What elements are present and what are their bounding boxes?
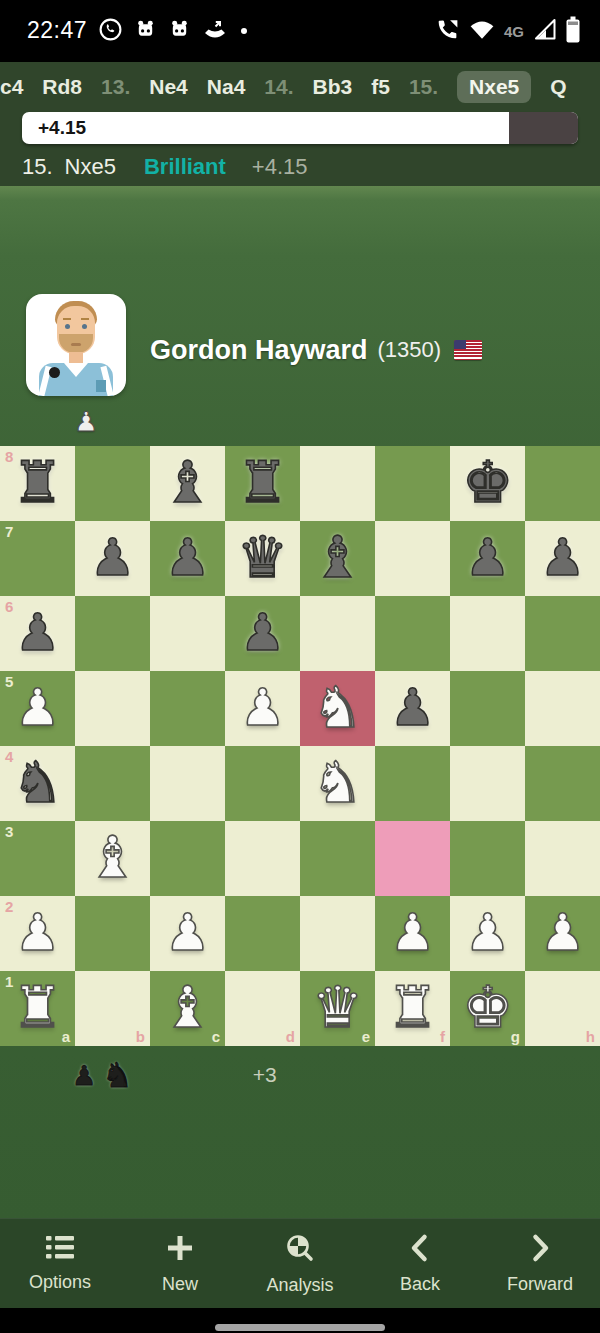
chevron-left-icon: [407, 1233, 433, 1267]
white-pawn-piece[interactable]: ♟: [150, 896, 225, 971]
eval-score: +4.15: [38, 112, 86, 144]
move-item[interactable]: Ne4: [149, 75, 188, 99]
missed-call-icon: [202, 17, 228, 45]
square-c8[interactable]: ♝: [150, 446, 225, 521]
app-notification-icon: [134, 18, 157, 44]
wifi-calling-icon: [435, 17, 460, 46]
square-b5[interactable]: [75, 671, 150, 746]
black-queen-piece[interactable]: ♛: [225, 521, 300, 596]
square-c1[interactable]: c♝: [150, 971, 225, 1046]
avatar-eyebrow: [81, 318, 89, 320]
square-b7[interactable]: ♟: [75, 521, 150, 596]
analysis-label: Analysis: [266, 1275, 333, 1296]
square-c3[interactable]: [150, 821, 225, 896]
square-e4[interactable]: ♞: [300, 746, 375, 821]
square-f2[interactable]: ♟: [375, 896, 450, 971]
new-label: New: [162, 1274, 198, 1295]
square-f1[interactable]: f♜: [375, 971, 450, 1046]
white-bishop-piece[interactable]: ♝: [75, 821, 150, 896]
square-g7[interactable]: ♟: [450, 521, 525, 596]
move-number[interactable]: 14.: [264, 75, 293, 99]
captured-black-knight-icon: ♞: [102, 1058, 132, 1092]
move-list[interactable]: c4Rd813.Ne4Na414.Bb3f515.Nxe5Q: [0, 62, 600, 112]
square-e5[interactable]: ♞: [300, 671, 375, 746]
avatar-mouth: [71, 343, 81, 346]
square-a6[interactable]: 6♟: [0, 596, 75, 671]
square-c4[interactable]: [150, 746, 225, 821]
square-e8[interactable]: [300, 446, 375, 521]
square-f8[interactable]: [375, 446, 450, 521]
square-b8[interactable]: [75, 446, 150, 521]
square-d2[interactable]: [225, 896, 300, 971]
square-b6[interactable]: [75, 596, 150, 671]
captured-pieces-tray: ♟♞ +3: [72, 1054, 277, 1096]
square-a2[interactable]: 2♟: [0, 896, 75, 971]
white-pawn-piece[interactable]: ♟: [525, 896, 600, 971]
brilliant-label: Brilliant: [144, 154, 226, 180]
eval-bar-black-portion: [509, 112, 579, 144]
opponent-avatar[interactable]: [26, 294, 126, 396]
file-label: b: [136, 1028, 145, 1045]
rank-label: 7: [5, 523, 13, 540]
square-e2[interactable]: [300, 896, 375, 971]
move-number[interactable]: 13.: [101, 75, 130, 99]
square-f4[interactable]: [375, 746, 450, 821]
black-bishop-piece[interactable]: ♝: [150, 446, 225, 521]
signal-strength-icon: [533, 17, 557, 45]
square-e1[interactable]: e♛: [300, 971, 375, 1046]
wifi-icon: [469, 18, 495, 44]
black-pawn-piece[interactable]: ♟: [375, 671, 450, 746]
white-bishop-piece[interactable]: ♝: [150, 971, 225, 1046]
white-king-piece[interactable]: ♚: [450, 971, 525, 1046]
status-bar: 22:47 4G: [0, 0, 600, 62]
square-f7[interactable]: [375, 521, 450, 596]
current-move-chip[interactable]: Nxe5: [457, 71, 531, 103]
square-c5[interactable]: [150, 671, 225, 746]
captured-pieces: ♟♞: [72, 1058, 133, 1092]
eval-bar: +4.15: [22, 112, 578, 144]
square-h1[interactable]: h: [525, 971, 600, 1046]
avatar-eyebrow: [63, 318, 71, 320]
file-label: h: [586, 1028, 595, 1045]
options-icon: [44, 1234, 76, 1265]
material-advantage: +3: [253, 1063, 277, 1087]
rank-label: 3: [5, 823, 13, 840]
white-pawn-piece[interactable]: ♟: [375, 896, 450, 971]
avatar-eye: [65, 324, 70, 329]
square-b1[interactable]: b: [75, 971, 150, 1046]
more-notifications-dot: [241, 28, 247, 34]
square-g4[interactable]: [450, 746, 525, 821]
options-button[interactable]: Options: [0, 1219, 120, 1308]
square-d6[interactable]: ♟: [225, 596, 300, 671]
gesture-bar[interactable]: [215, 1324, 385, 1331]
battery-icon: [566, 16, 580, 47]
analysis-button[interactable]: Analysis: [240, 1219, 360, 1308]
black-pawn-piece[interactable]: ♟: [225, 596, 300, 671]
square-e3[interactable]: [300, 821, 375, 896]
square-g1[interactable]: g♚: [450, 971, 525, 1046]
whatsapp-icon: [98, 17, 123, 46]
square-h3[interactable]: [525, 821, 600, 896]
move-item[interactable]: Rd8: [42, 75, 82, 99]
chess-board[interactable]: 8♜♝♜♚7♟♟♛♝♟♟6♟♟5♟♟♞♟4♞♞3♝2♟♟♟♟♟1a♜bc♝de♛…: [0, 446, 600, 1046]
avatar-pin: [49, 367, 60, 378]
move-item[interactable]: Na4: [207, 75, 246, 99]
avatar-eye: [82, 324, 87, 329]
white-knight-piece[interactable]: ♞: [300, 671, 375, 746]
move-annotation: 15. Nxe5 Brilliant +4.15: [22, 148, 308, 186]
white-pawn-piece[interactable]: ♟: [0, 896, 75, 971]
square-d8[interactable]: ♜: [225, 446, 300, 521]
square-d3[interactable]: [225, 821, 300, 896]
white-pawn-piece[interactable]: ♟: [0, 671, 75, 746]
plus-icon: [165, 1233, 195, 1267]
new-game-button[interactable]: New: [120, 1219, 240, 1308]
square-g6[interactable]: [450, 596, 525, 671]
opponent-info: Gordon Hayward (1350): [150, 330, 482, 370]
square-c6[interactable]: [150, 596, 225, 671]
annotation-eval: +4.15: [252, 154, 308, 180]
square-a1[interactable]: 1a♜: [0, 971, 75, 1046]
black-king-piece[interactable]: ♚: [450, 446, 525, 521]
square-d7[interactable]: ♛: [225, 521, 300, 596]
chevron-right-icon: [527, 1233, 553, 1267]
square-g8[interactable]: ♚: [450, 446, 525, 521]
black-pawn-piece[interactable]: ♟: [150, 521, 225, 596]
move-item[interactable]: Q: [550, 75, 566, 99]
square-c7[interactable]: ♟: [150, 521, 225, 596]
square-h4[interactable]: [525, 746, 600, 821]
analysis-icon: [284, 1232, 316, 1268]
move-item[interactable]: Bb3: [313, 75, 353, 99]
black-pawn-piece[interactable]: ♟: [525, 521, 600, 596]
bottom-nav: Options New Analysis Back Forward: [0, 1218, 600, 1308]
move-item[interactable]: c4: [0, 75, 23, 99]
white-pawn-piece[interactable]: ♟: [450, 896, 525, 971]
move-number[interactable]: 15.: [409, 75, 438, 99]
black-pawn-piece[interactable]: ♟: [75, 521, 150, 596]
square-a4[interactable]: 4♞: [0, 746, 75, 821]
square-a8[interactable]: 8♜: [0, 446, 75, 521]
square-d4[interactable]: [225, 746, 300, 821]
square-d1[interactable]: d: [225, 971, 300, 1046]
square-h8[interactable]: [525, 446, 600, 521]
square-b3[interactable]: ♝: [75, 821, 150, 896]
square-c2[interactable]: ♟: [150, 896, 225, 971]
file-label: d: [286, 1028, 295, 1045]
annotation-move-number: 15.: [22, 154, 53, 180]
white-rook-piece[interactable]: ♜: [375, 971, 450, 1046]
square-d5[interactable]: ♟: [225, 671, 300, 746]
square-h2[interactable]: ♟: [525, 896, 600, 971]
system-icons: 4G: [435, 16, 580, 46]
square-f3[interactable]: [375, 821, 450, 896]
black-knight-piece[interactable]: ♞: [0, 746, 75, 821]
forward-label: Forward: [507, 1274, 573, 1295]
back-label: Back: [400, 1274, 440, 1295]
clock-time: 22:47: [27, 17, 87, 44]
square-h7[interactable]: ♟: [525, 521, 600, 596]
square-e6[interactable]: [300, 596, 375, 671]
avatar-patch: [96, 380, 106, 392]
black-pawn-piece[interactable]: ♟: [0, 596, 75, 671]
square-b2[interactable]: [75, 896, 150, 971]
forward-button[interactable]: Forward: [480, 1219, 600, 1308]
options-label: Options: [29, 1272, 91, 1293]
square-g5[interactable]: [450, 671, 525, 746]
square-h6[interactable]: [525, 596, 600, 671]
analysis-header: c4Rd813.Ne4Na414.Bb3f515.Nxe5Q +4.15 15.…: [0, 62, 600, 186]
square-a7[interactable]: 7: [0, 521, 75, 596]
square-b4[interactable]: [75, 746, 150, 821]
white-knight-piece[interactable]: ♞: [300, 746, 375, 821]
white-pawn-piece[interactable]: ♟: [225, 671, 300, 746]
captured-black-pawn-icon: ♟: [72, 1062, 96, 1089]
square-e7[interactable]: ♝: [300, 521, 375, 596]
square-f5[interactable]: ♟: [375, 671, 450, 746]
white-rook-piece[interactable]: ♜: [0, 971, 75, 1046]
app-notification-icon: [168, 18, 191, 44]
captured-white-pawn-icon: ♟: [74, 406, 98, 438]
square-h5[interactable]: [525, 671, 600, 746]
us-flag-icon: [454, 340, 482, 360]
square-g2[interactable]: ♟: [450, 896, 525, 971]
square-g3[interactable]: [450, 821, 525, 896]
annotation-move: Nxe5: [65, 154, 116, 180]
square-a3[interactable]: 3: [0, 821, 75, 896]
move-item[interactable]: f5: [371, 75, 390, 99]
black-rook-piece[interactable]: ♜: [0, 446, 75, 521]
square-f6[interactable]: [375, 596, 450, 671]
network-type-label: 4G: [504, 23, 524, 40]
black-bishop-piece[interactable]: ♝: [300, 521, 375, 596]
black-rook-piece[interactable]: ♜: [225, 446, 300, 521]
opponent-rating: (1350): [378, 337, 442, 363]
square-a5[interactable]: 5♟: [0, 671, 75, 746]
opponent-name: Gordon Hayward: [150, 335, 368, 366]
white-queen-piece[interactable]: ♛: [300, 971, 375, 1046]
back-button[interactable]: Back: [360, 1219, 480, 1308]
black-pawn-piece[interactable]: ♟: [450, 521, 525, 596]
notification-icons: [98, 17, 247, 45]
